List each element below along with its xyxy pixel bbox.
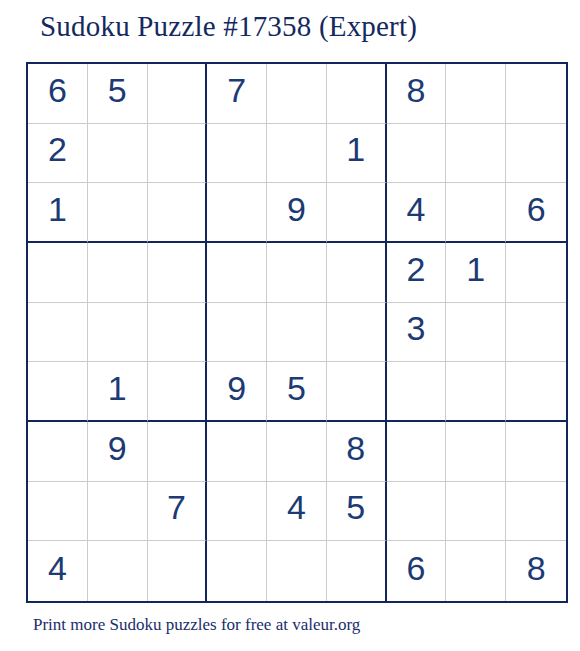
empty-cell-r1c3[interactable] bbox=[148, 64, 208, 124]
empty-cell-r5c6[interactable] bbox=[327, 303, 387, 363]
empty-cell-r3c8[interactable] bbox=[446, 183, 506, 243]
empty-cell-r4c3[interactable] bbox=[148, 243, 208, 303]
empty-cell-r7c7[interactable] bbox=[387, 422, 447, 482]
empty-cell-r4c2[interactable] bbox=[88, 243, 148, 303]
given-cell-r8c5: 4 bbox=[267, 482, 327, 542]
empty-cell-r9c6[interactable] bbox=[327, 541, 387, 601]
empty-cell-r7c1[interactable] bbox=[28, 422, 88, 482]
empty-cell-r5c8[interactable] bbox=[446, 303, 506, 363]
sudoku-page: Sudoku Puzzle #17358 (Expert) 6578211946… bbox=[0, 0, 580, 651]
empty-cell-r2c5[interactable] bbox=[267, 124, 327, 184]
empty-cell-r3c3[interactable] bbox=[148, 183, 208, 243]
empty-cell-r1c8[interactable] bbox=[446, 64, 506, 124]
given-cell-r7c6: 8 bbox=[327, 422, 387, 482]
given-cell-r1c2: 5 bbox=[88, 64, 148, 124]
empty-cell-r8c4[interactable] bbox=[207, 482, 267, 542]
empty-cell-r9c3[interactable] bbox=[148, 541, 208, 601]
empty-cell-r8c8[interactable] bbox=[446, 482, 506, 542]
empty-cell-r8c2[interactable] bbox=[88, 482, 148, 542]
empty-cell-r5c2[interactable] bbox=[88, 303, 148, 363]
given-cell-r9c7: 6 bbox=[387, 541, 447, 601]
given-cell-r2c1: 2 bbox=[28, 124, 88, 184]
page-title: Sudoku Puzzle #17358 (Expert) bbox=[40, 10, 417, 43]
given-cell-r4c8: 1 bbox=[446, 243, 506, 303]
empty-cell-r4c6[interactable] bbox=[327, 243, 387, 303]
sudoku-grid: 657821194621319598745468 bbox=[26, 62, 568, 603]
empty-cell-r9c2[interactable] bbox=[88, 541, 148, 601]
empty-cell-r1c9[interactable] bbox=[506, 64, 566, 124]
empty-cell-r7c9[interactable] bbox=[506, 422, 566, 482]
empty-cell-r9c4[interactable] bbox=[207, 541, 267, 601]
footer-text: Print more Sudoku puzzles for free at va… bbox=[33, 615, 360, 635]
empty-cell-r5c1[interactable] bbox=[28, 303, 88, 363]
given-cell-r3c1: 1 bbox=[28, 183, 88, 243]
empty-cell-r6c6[interactable] bbox=[327, 362, 387, 422]
empty-cell-r6c9[interactable] bbox=[506, 362, 566, 422]
given-cell-r1c7: 8 bbox=[387, 64, 447, 124]
empty-cell-r7c5[interactable] bbox=[267, 422, 327, 482]
given-cell-r1c4: 7 bbox=[207, 64, 267, 124]
given-cell-r4c7: 2 bbox=[387, 243, 447, 303]
given-cell-r7c2: 9 bbox=[88, 422, 148, 482]
given-cell-r5c7: 3 bbox=[387, 303, 447, 363]
empty-cell-r3c2[interactable] bbox=[88, 183, 148, 243]
given-cell-r6c5: 5 bbox=[267, 362, 327, 422]
empty-cell-r4c9[interactable] bbox=[506, 243, 566, 303]
empty-cell-r2c7[interactable] bbox=[387, 124, 447, 184]
empty-cell-r2c9[interactable] bbox=[506, 124, 566, 184]
given-cell-r9c1: 4 bbox=[28, 541, 88, 601]
given-cell-r2c6: 1 bbox=[327, 124, 387, 184]
empty-cell-r4c5[interactable] bbox=[267, 243, 327, 303]
empty-cell-r6c3[interactable] bbox=[148, 362, 208, 422]
empty-cell-r6c7[interactable] bbox=[387, 362, 447, 422]
empty-cell-r9c5[interactable] bbox=[267, 541, 327, 601]
empty-cell-r7c4[interactable] bbox=[207, 422, 267, 482]
empty-cell-r6c8[interactable] bbox=[446, 362, 506, 422]
empty-cell-r2c2[interactable] bbox=[88, 124, 148, 184]
empty-cell-r7c8[interactable] bbox=[446, 422, 506, 482]
given-cell-r3c9: 6 bbox=[506, 183, 566, 243]
empty-cell-r6c1[interactable] bbox=[28, 362, 88, 422]
empty-cell-r5c4[interactable] bbox=[207, 303, 267, 363]
empty-cell-r9c8[interactable] bbox=[446, 541, 506, 601]
empty-cell-r5c9[interactable] bbox=[506, 303, 566, 363]
empty-cell-r3c4[interactable] bbox=[207, 183, 267, 243]
empty-cell-r2c3[interactable] bbox=[148, 124, 208, 184]
given-cell-r6c4: 9 bbox=[207, 362, 267, 422]
given-cell-r3c7: 4 bbox=[387, 183, 447, 243]
empty-cell-r3c6[interactable] bbox=[327, 183, 387, 243]
empty-cell-r4c1[interactable] bbox=[28, 243, 88, 303]
given-cell-r6c2: 1 bbox=[88, 362, 148, 422]
given-cell-r8c6: 5 bbox=[327, 482, 387, 542]
empty-cell-r2c4[interactable] bbox=[207, 124, 267, 184]
empty-cell-r5c5[interactable] bbox=[267, 303, 327, 363]
empty-cell-r1c5[interactable] bbox=[267, 64, 327, 124]
empty-cell-r8c1[interactable] bbox=[28, 482, 88, 542]
empty-cell-r1c6[interactable] bbox=[327, 64, 387, 124]
given-cell-r3c5: 9 bbox=[267, 183, 327, 243]
empty-cell-r8c9[interactable] bbox=[506, 482, 566, 542]
empty-cell-r4c4[interactable] bbox=[207, 243, 267, 303]
empty-cell-r5c3[interactable] bbox=[148, 303, 208, 363]
given-cell-r9c9: 8 bbox=[506, 541, 566, 601]
empty-cell-r7c3[interactable] bbox=[148, 422, 208, 482]
given-cell-r1c1: 6 bbox=[28, 64, 88, 124]
empty-cell-r2c8[interactable] bbox=[446, 124, 506, 184]
empty-cell-r8c7[interactable] bbox=[387, 482, 447, 542]
given-cell-r8c3: 7 bbox=[148, 482, 208, 542]
